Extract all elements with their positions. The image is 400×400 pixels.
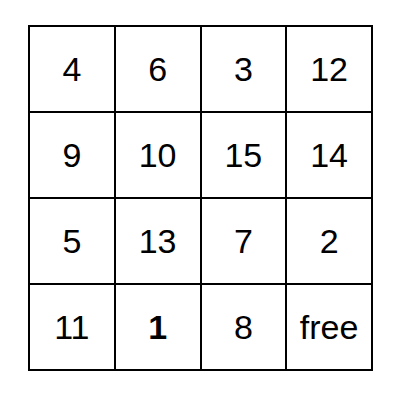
cell-r1c4: 12 — [287, 27, 371, 111]
cell-r1c3: 3 — [202, 27, 286, 111]
cell-r4c3: 8 — [202, 285, 286, 369]
cell-r3c4: 2 — [287, 199, 371, 283]
cell-r2c4: 14 — [287, 113, 371, 197]
cell-r1c1: 4 — [30, 27, 114, 111]
cell-r4c2: 1 — [116, 285, 200, 369]
cell-r4c4-free: free — [287, 285, 371, 369]
cell-r1c2: 6 — [116, 27, 200, 111]
puzzle-diagram: 4 6 3 12 9 10 15 14 5 13 7 2 11 1 8 free — [0, 0, 400, 400]
cell-r3c2: 13 — [116, 199, 200, 283]
cell-r3c1: 5 — [30, 199, 114, 283]
cell-r2c2: 10 — [116, 113, 200, 197]
cell-r2c3: 15 — [202, 113, 286, 197]
cell-r4c1: 11 — [30, 285, 114, 369]
cell-r3c3: 7 — [202, 199, 286, 283]
puzzle-board: 4 6 3 12 9 10 15 14 5 13 7 2 11 1 8 free — [28, 25, 373, 371]
cell-r2c1: 9 — [30, 113, 114, 197]
